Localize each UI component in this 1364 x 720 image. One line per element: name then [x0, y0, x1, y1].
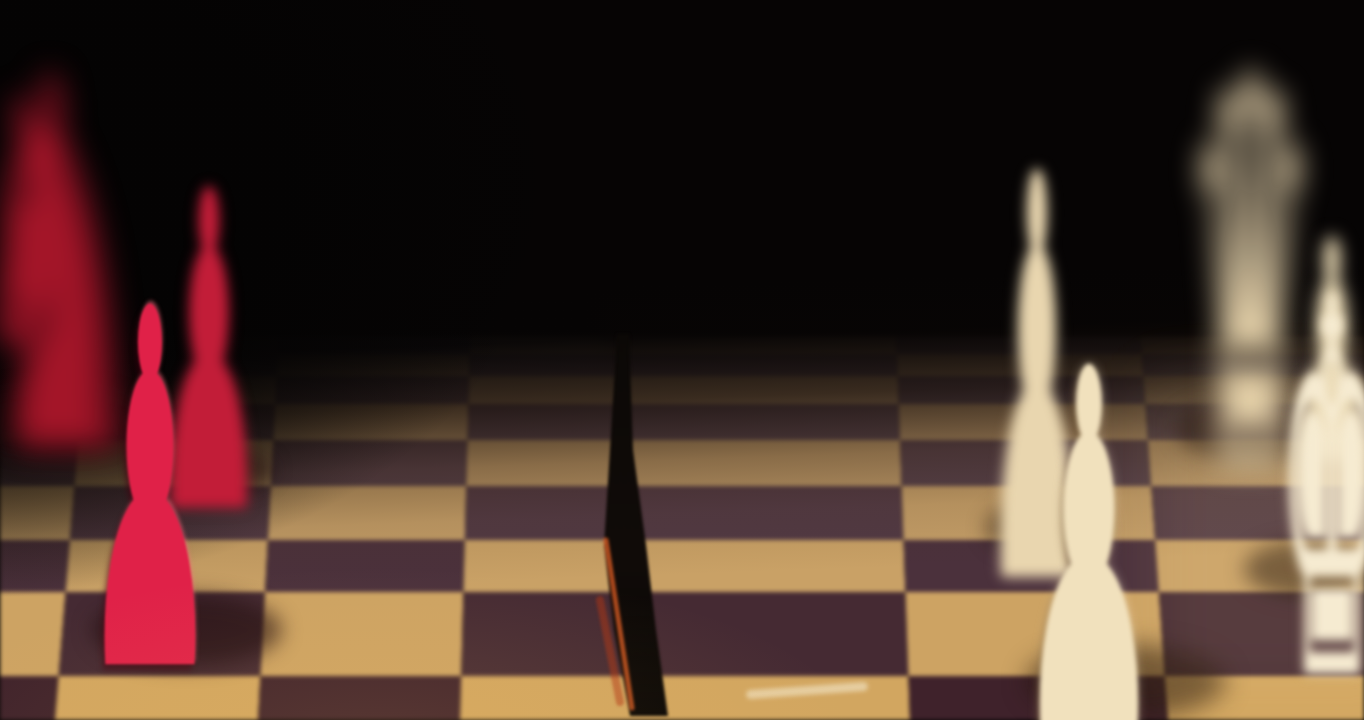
shadow-under-red-pawn-mid — [158, 446, 274, 494]
shadow-under-white-pawn-mid — [986, 500, 1104, 556]
chessboard-photo-scene: ♞♟♟♟♟♛♟♚ — [0, 0, 1364, 720]
shadow-under-red-pawn-front — [92, 594, 282, 666]
warm-glow-right-cluster — [1150, 380, 1364, 700]
